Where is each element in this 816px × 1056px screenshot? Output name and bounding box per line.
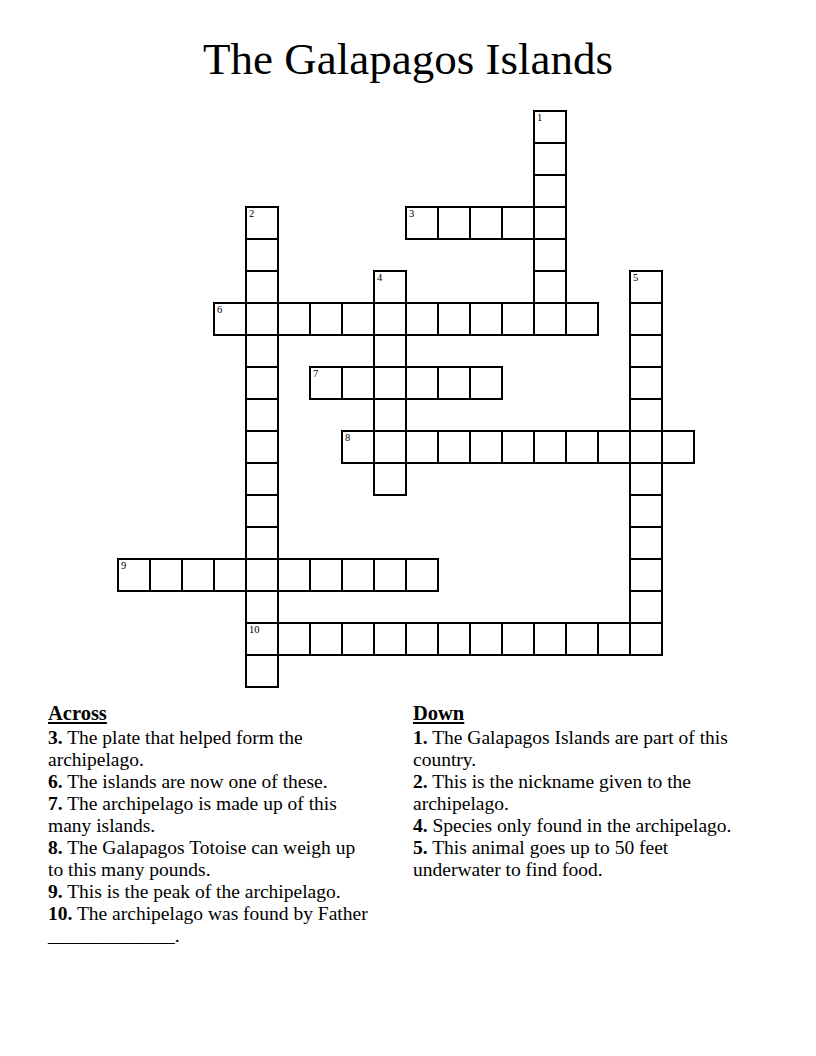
- grid-cell[interactable]: [629, 398, 663, 432]
- clue-item: 3. The plate that helped form the archip…: [48, 727, 374, 771]
- clue-number-label: 10.: [48, 903, 72, 924]
- grid-cell[interactable]: [373, 334, 407, 368]
- grid-cell[interactable]: [565, 430, 599, 464]
- grid-cell[interactable]: [405, 430, 439, 464]
- grid-cell[interactable]: [469, 206, 503, 240]
- grid-cell[interactable]: [629, 462, 663, 496]
- grid-cell[interactable]: 9: [117, 558, 151, 592]
- cell-number: 6: [217, 304, 222, 316]
- grid-cell[interactable]: [565, 302, 599, 336]
- grid-cell[interactable]: [597, 430, 631, 464]
- grid-cell[interactable]: [629, 622, 663, 656]
- grid-cell[interactable]: [373, 430, 407, 464]
- cell-number: 5: [633, 272, 638, 284]
- grid-cell[interactable]: [501, 622, 535, 656]
- grid-cell[interactable]: [245, 366, 279, 400]
- grid-cell[interactable]: [437, 622, 471, 656]
- cell-number: 2: [249, 208, 254, 220]
- clue-number-label: 7.: [48, 793, 63, 814]
- grid-cell[interactable]: [245, 430, 279, 464]
- across-header: Across: [48, 701, 374, 725]
- grid-cell[interactable]: [245, 270, 279, 304]
- grid-cell[interactable]: 7: [309, 366, 343, 400]
- clue-item: 9. This is the peak of the archipelago.: [48, 881, 374, 903]
- grid-cell[interactable]: [597, 622, 631, 656]
- grid-cell[interactable]: [629, 302, 663, 336]
- down-clue-list: 1. The Galapagos Islands are part of thi…: [413, 727, 739, 881]
- grid-cell[interactable]: 1: [533, 110, 567, 144]
- clue-item: 8. The Galapagos Totoise can weigh up to…: [48, 837, 374, 881]
- grid-cell[interactable]: [245, 462, 279, 496]
- grid-cell[interactable]: [373, 398, 407, 432]
- clue-number-label: 4.: [413, 815, 428, 836]
- grid-cell[interactable]: 3: [405, 206, 439, 240]
- clue-item: 7. The archipelago is made up of this ma…: [48, 793, 374, 837]
- grid-cell[interactable]: [373, 366, 407, 400]
- grid-cell[interactable]: [149, 558, 183, 592]
- grid-cell[interactable]: 2: [245, 206, 279, 240]
- grid-cell[interactable]: [533, 142, 567, 176]
- grid-cell[interactable]: [181, 558, 215, 592]
- puzzle-title: The Galapagos Islands: [0, 33, 816, 85]
- grid-cell[interactable]: [501, 430, 535, 464]
- grid-cell[interactable]: [405, 366, 439, 400]
- grid-cell[interactable]: [277, 302, 311, 336]
- grid-cell[interactable]: [341, 622, 375, 656]
- grid-cell[interactable]: 4: [373, 270, 407, 304]
- grid-cell[interactable]: [629, 430, 663, 464]
- grid-cell[interactable]: [309, 302, 343, 336]
- grid-cell[interactable]: [245, 302, 279, 336]
- clue-number-label: 8.: [48, 837, 63, 858]
- grid-cell[interactable]: [629, 494, 663, 528]
- grid-cell[interactable]: [565, 622, 599, 656]
- clue-item: 4. Species only found in the archipelago…: [413, 815, 739, 837]
- grid-cell[interactable]: 6: [213, 302, 247, 336]
- clue-number-label: 5.: [413, 837, 428, 858]
- clue-item: 1. The Galapagos Islands are part of thi…: [413, 727, 739, 771]
- grid-cell[interactable]: [501, 206, 535, 240]
- grid-cell[interactable]: [405, 558, 439, 592]
- clue-number-label: 1.: [413, 727, 428, 748]
- grid-cell[interactable]: [533, 622, 567, 656]
- grid-cell[interactable]: [533, 238, 567, 272]
- cell-number: 8: [345, 432, 350, 444]
- grid-cell[interactable]: [533, 430, 567, 464]
- grid-cell[interactable]: 5: [629, 270, 663, 304]
- grid-cell[interactable]: [341, 366, 375, 400]
- grid-cell[interactable]: 8: [341, 430, 375, 464]
- grid-cell[interactable]: [245, 526, 279, 560]
- grid-cell[interactable]: [629, 590, 663, 624]
- grid-cell[interactable]: [533, 174, 567, 208]
- grid-cell[interactable]: [245, 494, 279, 528]
- grid-cell[interactable]: [245, 398, 279, 432]
- clue-number-label: 9.: [48, 881, 63, 902]
- grid-cell[interactable]: [373, 302, 407, 336]
- grid-cell[interactable]: [533, 302, 567, 336]
- grid-cell[interactable]: [533, 206, 567, 240]
- grid-cell[interactable]: [629, 334, 663, 368]
- grid-cell[interactable]: [245, 334, 279, 368]
- grid-cell[interactable]: [469, 622, 503, 656]
- grid-cell[interactable]: [373, 622, 407, 656]
- grid-cell[interactable]: [469, 430, 503, 464]
- across-clue-list: 3. The plate that helped form the archip…: [48, 727, 374, 947]
- clue-item: 5. This animal goes up to 50 feet underw…: [413, 837, 739, 881]
- grid-cell[interactable]: [501, 302, 535, 336]
- grid-cell[interactable]: [309, 622, 343, 656]
- grid-cell[interactable]: [437, 366, 471, 400]
- grid-cell[interactable]: [213, 558, 247, 592]
- cell-number: 7: [313, 368, 318, 380]
- crossword-worksheet: The Galapagos Islands 12345678910 Across…: [0, 0, 816, 1056]
- grid-cell[interactable]: [373, 462, 407, 496]
- grid-cell[interactable]: [341, 558, 375, 592]
- cell-number: 4: [377, 272, 382, 284]
- grid-cell[interactable]: [245, 590, 279, 624]
- down-header: Down: [413, 701, 739, 725]
- grid-cell[interactable]: [437, 206, 471, 240]
- grid-cell[interactable]: [373, 558, 407, 592]
- clue-item: 10. The archipelago was found by Father …: [48, 903, 374, 947]
- grid-cell[interactable]: [341, 302, 375, 336]
- grid-cell[interactable]: [309, 558, 343, 592]
- grid-cell[interactable]: [629, 558, 663, 592]
- across-clues-section: Across 3. The plate that helped form the…: [48, 701, 374, 947]
- cell-number: 3: [409, 208, 414, 220]
- cell-number: 10: [249, 624, 260, 636]
- grid-cell[interactable]: [469, 302, 503, 336]
- grid-cell[interactable]: [405, 302, 439, 336]
- cell-number: 9: [121, 560, 126, 572]
- grid-cell[interactable]: [437, 302, 471, 336]
- clue-number-label: 3.: [48, 727, 63, 748]
- clue-item: 2. This is the nickname given to the arc…: [413, 771, 739, 815]
- grid-cell[interactable]: [277, 558, 311, 592]
- grid-cell[interactable]: [245, 654, 279, 688]
- clue-item: 6. The islands are now one of these.: [48, 771, 374, 793]
- clue-number-label: 6.: [48, 771, 63, 792]
- grid-cell[interactable]: [245, 238, 279, 272]
- crossword-grid: 12345678910: [117, 110, 695, 688]
- clue-number-label: 2.: [413, 771, 428, 792]
- grid-cell[interactable]: 10: [245, 622, 279, 656]
- cell-number: 1: [537, 112, 542, 124]
- grid-cell[interactable]: [469, 366, 503, 400]
- grid-cell[interactable]: [661, 430, 695, 464]
- grid-cell[interactable]: [629, 366, 663, 400]
- grid-cell[interactable]: [437, 430, 471, 464]
- grid-cell[interactable]: [405, 622, 439, 656]
- grid-cell[interactable]: [629, 526, 663, 560]
- grid-cell[interactable]: [245, 558, 279, 592]
- grid-cell[interactable]: [533, 270, 567, 304]
- down-clues-section: Down 1. The Galapagos Islands are part o…: [413, 701, 739, 881]
- grid-cell[interactable]: [277, 622, 311, 656]
